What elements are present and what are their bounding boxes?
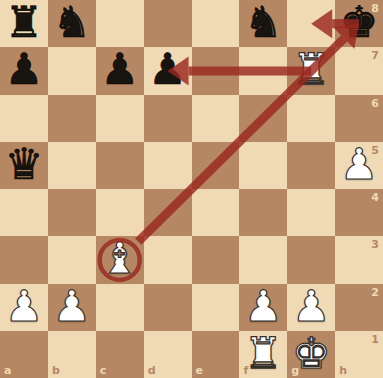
white-rook[interactable]: ♜ bbox=[292, 48, 331, 91]
square-a3[interactable] bbox=[0, 236, 48, 283]
square-h2[interactable]: 2 bbox=[335, 284, 383, 331]
square-b7[interactable] bbox=[48, 47, 96, 94]
square-d7[interactable]: ♟ bbox=[144, 47, 192, 94]
white-bishop[interactable]: ♝ bbox=[100, 237, 139, 280]
square-c8[interactable] bbox=[96, 0, 144, 47]
square-g5[interactable] bbox=[287, 142, 335, 189]
square-f7[interactable] bbox=[239, 47, 287, 94]
square-f4[interactable] bbox=[239, 189, 287, 236]
black-pawn[interactable]: ♟ bbox=[148, 48, 187, 91]
black-knight[interactable]: ♞ bbox=[53, 1, 92, 44]
white-rook[interactable]: ♜ bbox=[244, 332, 283, 375]
square-c6[interactable] bbox=[96, 95, 144, 142]
square-e2[interactable] bbox=[192, 284, 240, 331]
square-e8[interactable] bbox=[192, 0, 240, 47]
square-g4[interactable] bbox=[287, 189, 335, 236]
square-d2[interactable] bbox=[144, 284, 192, 331]
square-f1[interactable]: f♜ bbox=[239, 331, 287, 378]
square-b2[interactable]: ♟ bbox=[48, 284, 96, 331]
coord-file-b: b bbox=[52, 365, 60, 376]
square-f6[interactable] bbox=[239, 95, 287, 142]
square-c3[interactable]: ♝ bbox=[96, 236, 144, 283]
coord-rank-3: 3 bbox=[371, 239, 379, 250]
square-b5[interactable] bbox=[48, 142, 96, 189]
board-squares: ♜♞♞8♚♟♟♟♜76♛5♟4♝3♟♟♟♟2abcdef♜g♚1h bbox=[0, 0, 383, 378]
square-a5[interactable]: ♛ bbox=[0, 142, 48, 189]
square-g7[interactable]: ♜ bbox=[287, 47, 335, 94]
square-c1[interactable]: c bbox=[96, 331, 144, 378]
square-h3[interactable]: 3 bbox=[335, 236, 383, 283]
square-h5[interactable]: 5♟ bbox=[335, 142, 383, 189]
square-a2[interactable]: ♟ bbox=[0, 284, 48, 331]
square-e6[interactable] bbox=[192, 95, 240, 142]
white-king[interactable]: ♚ bbox=[292, 332, 331, 375]
square-g2[interactable]: ♟ bbox=[287, 284, 335, 331]
black-knight[interactable]: ♞ bbox=[244, 1, 283, 44]
square-c7[interactable]: ♟ bbox=[96, 47, 144, 94]
square-e4[interactable] bbox=[192, 189, 240, 236]
coord-rank-4: 4 bbox=[371, 192, 379, 203]
black-king[interactable]: ♚ bbox=[340, 1, 379, 44]
square-d4[interactable] bbox=[144, 189, 192, 236]
square-d6[interactable] bbox=[144, 95, 192, 142]
square-d5[interactable] bbox=[144, 142, 192, 189]
white-pawn[interactable]: ♟ bbox=[340, 143, 379, 186]
black-pawn[interactable]: ♟ bbox=[5, 48, 44, 91]
coord-rank-7: 7 bbox=[371, 50, 379, 61]
square-b6[interactable] bbox=[48, 95, 96, 142]
square-g1[interactable]: g♚ bbox=[287, 331, 335, 378]
white-pawn[interactable]: ♟ bbox=[244, 285, 283, 328]
coord-rank-1: 1 bbox=[371, 334, 379, 345]
white-pawn[interactable]: ♟ bbox=[5, 285, 44, 328]
chess-board: ♜♞♞8♚♟♟♟♜76♛5♟4♝3♟♟♟♟2abcdef♜g♚1h bbox=[0, 0, 383, 378]
square-b4[interactable] bbox=[48, 189, 96, 236]
square-h8[interactable]: 8♚ bbox=[335, 0, 383, 47]
square-a6[interactable] bbox=[0, 95, 48, 142]
coord-rank-6: 6 bbox=[371, 98, 379, 109]
square-e3[interactable] bbox=[192, 236, 240, 283]
coord-file-a: a bbox=[4, 365, 11, 376]
square-a8[interactable]: ♜ bbox=[0, 0, 48, 47]
coord-file-d: d bbox=[148, 365, 156, 376]
square-e1[interactable]: e bbox=[192, 331, 240, 378]
square-h7[interactable]: 7 bbox=[335, 47, 383, 94]
square-a7[interactable]: ♟ bbox=[0, 47, 48, 94]
square-b1[interactable]: b bbox=[48, 331, 96, 378]
black-queen[interactable]: ♛ bbox=[5, 143, 44, 186]
square-f3[interactable] bbox=[239, 236, 287, 283]
square-b8[interactable]: ♞ bbox=[48, 0, 96, 47]
square-f8[interactable]: ♞ bbox=[239, 0, 287, 47]
square-a1[interactable]: a bbox=[0, 331, 48, 378]
square-d3[interactable] bbox=[144, 236, 192, 283]
white-pawn[interactable]: ♟ bbox=[292, 285, 331, 328]
square-e5[interactable] bbox=[192, 142, 240, 189]
square-e7[interactable] bbox=[192, 47, 240, 94]
square-h4[interactable]: 4 bbox=[335, 189, 383, 236]
square-d1[interactable]: d bbox=[144, 331, 192, 378]
square-c5[interactable] bbox=[96, 142, 144, 189]
square-g3[interactable] bbox=[287, 236, 335, 283]
square-g6[interactable] bbox=[287, 95, 335, 142]
coord-rank-2: 2 bbox=[371, 287, 379, 298]
square-a4[interactable] bbox=[0, 189, 48, 236]
square-b3[interactable] bbox=[48, 236, 96, 283]
white-pawn[interactable]: ♟ bbox=[53, 285, 92, 328]
black-rook[interactable]: ♜ bbox=[5, 1, 44, 44]
square-c4[interactable] bbox=[96, 189, 144, 236]
coord-file-c: c bbox=[100, 365, 107, 376]
coord-file-e: e bbox=[196, 365, 203, 376]
square-f5[interactable] bbox=[239, 142, 287, 189]
black-pawn[interactable]: ♟ bbox=[100, 48, 139, 91]
square-f2[interactable]: ♟ bbox=[239, 284, 287, 331]
square-g8[interactable] bbox=[287, 0, 335, 47]
square-d8[interactable] bbox=[144, 0, 192, 47]
square-c2[interactable] bbox=[96, 284, 144, 331]
square-h1[interactable]: 1h bbox=[335, 331, 383, 378]
square-h6[interactable]: 6 bbox=[335, 95, 383, 142]
coord-file-h: h bbox=[339, 365, 347, 376]
